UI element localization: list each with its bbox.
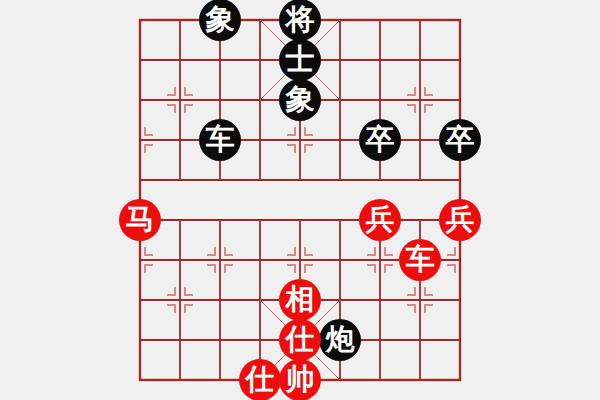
piece-glyph: 兵 xyxy=(366,205,395,234)
piece-glyph: 兵 xyxy=(446,205,475,234)
piece-red-soldier[interactable]: 兵 xyxy=(359,199,401,241)
piece-red-soldier[interactable]: 兵 xyxy=(439,199,481,241)
piece-glyph: 炮 xyxy=(326,325,355,354)
piece-red-horse[interactable]: 马 xyxy=(119,199,161,241)
piece-black-advisor[interactable]: 士 xyxy=(279,39,321,81)
piece-glyph: 仕 xyxy=(246,365,275,394)
piece-black-elephant[interactable]: 象 xyxy=(279,79,321,121)
piece-red-advisor[interactable]: 仕 xyxy=(239,359,281,400)
piece-black-chariot[interactable]: 车 xyxy=(199,119,241,161)
piece-glyph: 卒 xyxy=(366,125,395,154)
piece-glyph: 卒 xyxy=(446,125,475,154)
piece-black-elephant[interactable]: 象 xyxy=(199,0,241,41)
piece-glyph: 相 xyxy=(286,285,315,314)
piece-black-soldier[interactable]: 卒 xyxy=(359,119,401,161)
pieces-layer: 象将士象车卒卒炮马兵兵车相仕仕帅 xyxy=(120,0,480,400)
piece-glyph: 车 xyxy=(406,245,435,274)
piece-red-chariot[interactable]: 车 xyxy=(399,239,441,281)
piece-red-advisor[interactable]: 仕 xyxy=(279,319,321,361)
piece-black-soldier[interactable]: 卒 xyxy=(439,119,481,161)
piece-red-elephant[interactable]: 相 xyxy=(279,279,321,321)
piece-glyph: 马 xyxy=(126,205,155,234)
piece-black-general[interactable]: 将 xyxy=(279,0,321,41)
piece-glyph: 车 xyxy=(206,125,235,154)
piece-glyph: 象 xyxy=(206,5,235,34)
piece-glyph: 士 xyxy=(286,45,315,74)
piece-glyph: 帅 xyxy=(286,365,315,394)
piece-red-general[interactable]: 帅 xyxy=(279,359,321,400)
piece-glyph: 仕 xyxy=(286,325,315,354)
xiangqi-board[interactable]: 象将士象车卒卒炮马兵兵车相仕仕帅 xyxy=(0,0,600,400)
piece-glyph: 将 xyxy=(286,5,315,34)
piece-black-cannon[interactable]: 炮 xyxy=(319,319,361,361)
piece-glyph: 象 xyxy=(286,85,315,114)
xiangqi-screenshot: 象将士象车卒卒炮马兵兵车相仕仕帅 xyxy=(0,0,600,400)
